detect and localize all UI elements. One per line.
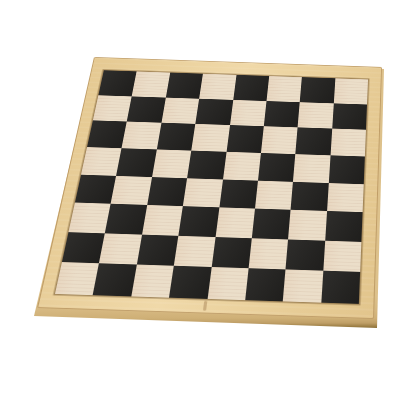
square-a5 [81,147,122,176]
square-b5 [117,148,157,177]
square-e7 [230,100,267,127]
square-d6 [191,124,229,152]
square-d2 [174,236,215,268]
wood-knot [203,301,207,311]
square-e2 [211,237,252,269]
square-c2 [137,234,179,266]
square-h5 [328,155,364,184]
square-h3 [325,211,363,242]
square-h7 [332,103,367,130]
square-a2 [62,232,105,264]
square-e3 [215,207,255,238]
square-h1 [321,271,360,304]
square-d4 [183,178,223,208]
square-g4 [291,181,329,211]
square-c8 [166,73,203,99]
square-f3 [252,209,291,240]
square-c5 [152,149,192,178]
square-b4 [111,175,152,205]
square-b6 [122,122,161,150]
square-f4 [255,180,293,210]
square-g8 [300,77,335,103]
square-h8 [333,78,368,104]
square-b3 [105,204,147,235]
square-b2 [99,233,142,265]
square-f1 [245,269,286,302]
square-c3 [142,205,183,236]
square-c1 [131,265,174,298]
square-g7 [298,102,334,129]
square-a1 [55,262,99,295]
square-d1 [169,266,211,299]
square-d5 [187,150,226,179]
square-e6 [226,125,264,153]
checkerboard [37,57,382,319]
square-d8 [199,74,236,100]
square-e5 [223,152,261,181]
square-b7 [127,96,166,123]
square-g2 [286,239,325,271]
square-a6 [87,121,127,149]
square-a3 [69,203,111,234]
square-f7 [264,101,300,128]
square-d7 [195,98,232,125]
square-c6 [157,123,196,151]
square-b8 [132,71,170,97]
square-h4 [327,183,364,213]
square-f2 [248,238,288,270]
square-f8 [266,76,302,102]
square-g5 [293,154,330,183]
square-f6 [261,126,298,154]
square-f5 [258,153,296,182]
square-d3 [178,206,218,237]
square-a4 [75,174,117,204]
square-g1 [283,270,323,303]
square-c4 [147,177,187,207]
square-g3 [288,210,326,241]
square-e8 [233,75,269,101]
board-grid [55,70,368,304]
square-b1 [93,264,137,297]
square-e4 [219,179,258,209]
square-h6 [330,129,366,157]
square-g6 [296,128,332,156]
board-product-photo [0,0,400,400]
square-a7 [93,95,132,122]
square-h2 [323,240,361,272]
square-a8 [98,70,136,96]
square-c7 [161,97,199,124]
square-e1 [207,267,248,300]
